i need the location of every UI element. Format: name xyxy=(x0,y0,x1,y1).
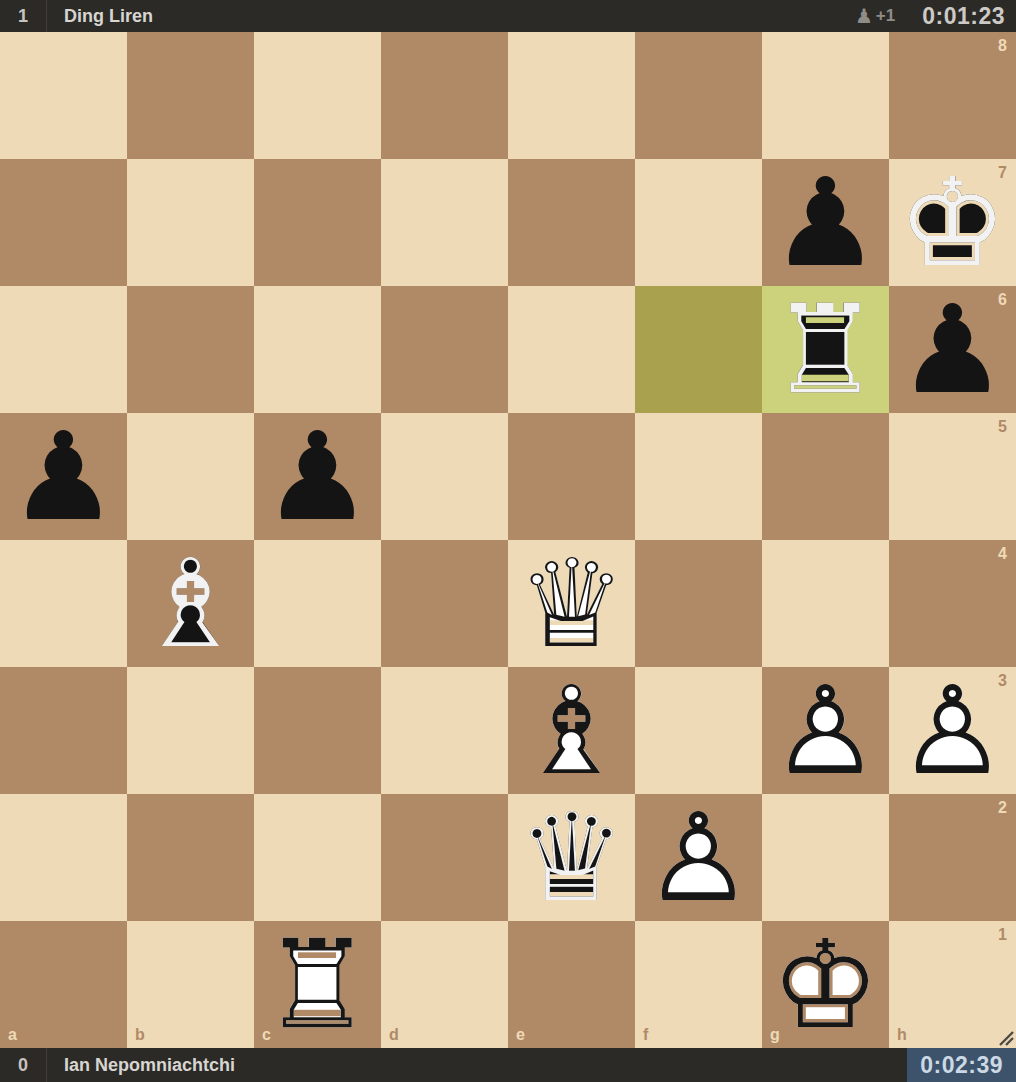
square-d5[interactable] xyxy=(381,413,508,540)
square-h5[interactable]: 5 xyxy=(889,413,1016,540)
square-g7[interactable]: ♟ xyxy=(762,159,889,286)
chess-broadcast-tile: 1 Ding Liren ♟ +1 0:01:23 8♟♚♔7♜♖♟6♟♟5♝♗… xyxy=(0,0,1016,1082)
rank-label-3: 3 xyxy=(998,673,1007,689)
square-a4[interactable] xyxy=(0,540,127,667)
square-d7[interactable] xyxy=(381,159,508,286)
square-c6[interactable] xyxy=(254,286,381,413)
square-h6[interactable]: ♟6 xyxy=(889,286,1016,413)
square-h8[interactable]: 8 xyxy=(889,32,1016,159)
black-queen-outline-icon: ♕ xyxy=(517,797,626,919)
piece-white-king[interactable]: ♚♔ xyxy=(762,921,889,1048)
player-score-bottom: 0 xyxy=(0,1048,47,1082)
square-e1[interactable]: e xyxy=(508,921,635,1048)
white-pawn-outline-icon: ♙ xyxy=(771,670,880,792)
square-e2[interactable]: ♛♕ xyxy=(508,794,635,921)
square-b3[interactable] xyxy=(127,667,254,794)
pawn-icon: ♟ xyxy=(855,6,873,26)
resize-handle-icon[interactable] xyxy=(996,1028,1014,1046)
piece-black-pawn[interactable]: ♟ xyxy=(889,286,1016,413)
file-label-b: b xyxy=(135,1027,145,1043)
file-label-h: h xyxy=(897,1027,907,1043)
material-advantage: ♟ +1 xyxy=(855,6,895,26)
board: 8♟♚♔7♜♖♟6♟♟5♝♗♛♕4♝♗♟♙♟♙3♛♕♟♙2ab♜♖cdef♚♔g… xyxy=(0,32,1016,1048)
square-h2[interactable]: 2 xyxy=(889,794,1016,921)
white-bishop-outline-icon: ♗ xyxy=(517,670,626,792)
piece-white-pawn[interactable]: ♟♙ xyxy=(762,667,889,794)
player-name-top: Ding Liren xyxy=(47,6,153,27)
player-name-bottom: Ian Nepomniachtchi xyxy=(47,1055,235,1076)
square-a5[interactable]: ♟ xyxy=(0,413,127,540)
file-label-c: c xyxy=(262,1027,271,1043)
square-f7[interactable] xyxy=(635,159,762,286)
square-d4[interactable] xyxy=(381,540,508,667)
square-b2[interactable] xyxy=(127,794,254,921)
black-pawn-icon: ♟ xyxy=(263,416,372,538)
square-a7[interactable] xyxy=(0,159,127,286)
square-b8[interactable] xyxy=(127,32,254,159)
square-f3[interactable] xyxy=(635,667,762,794)
square-f8[interactable] xyxy=(635,32,762,159)
piece-black-king[interactable]: ♚♔ xyxy=(889,159,1016,286)
square-c5[interactable]: ♟ xyxy=(254,413,381,540)
square-f1[interactable]: f xyxy=(635,921,762,1048)
square-c7[interactable] xyxy=(254,159,381,286)
rank-label-4: 4 xyxy=(998,546,1007,562)
rank-label-2: 2 xyxy=(998,800,1007,816)
square-f2[interactable]: ♟♙ xyxy=(635,794,762,921)
square-g2[interactable] xyxy=(762,794,889,921)
piece-white-queen[interactable]: ♛♕ xyxy=(508,540,635,667)
square-b5[interactable] xyxy=(127,413,254,540)
material-advantage-value: +1 xyxy=(876,6,895,26)
square-f4[interactable] xyxy=(635,540,762,667)
square-f6[interactable] xyxy=(635,286,762,413)
square-f5[interactable] xyxy=(635,413,762,540)
rank-label-5: 5 xyxy=(998,419,1007,435)
square-a1[interactable]: a xyxy=(0,921,127,1048)
square-c2[interactable] xyxy=(254,794,381,921)
clock-top: 0:01:23 xyxy=(911,3,1016,30)
black-pawn-icon: ♟ xyxy=(9,416,118,538)
square-d6[interactable] xyxy=(381,286,508,413)
piece-black-pawn[interactable]: ♟ xyxy=(254,413,381,540)
rank-label-8: 8 xyxy=(998,38,1007,54)
square-e4[interactable]: ♛♕ xyxy=(508,540,635,667)
piece-white-bishop[interactable]: ♝♗ xyxy=(508,667,635,794)
square-e3[interactable]: ♝♗ xyxy=(508,667,635,794)
square-b1[interactable]: b xyxy=(127,921,254,1048)
rank-label-1: 1 xyxy=(998,927,1007,943)
rank-label-6: 6 xyxy=(998,292,1007,308)
square-e6[interactable] xyxy=(508,286,635,413)
square-a6[interactable] xyxy=(0,286,127,413)
black-pawn-icon: ♟ xyxy=(898,289,1007,411)
square-a2[interactable] xyxy=(0,794,127,921)
square-d8[interactable] xyxy=(381,32,508,159)
square-a8[interactable] xyxy=(0,32,127,159)
square-d1[interactable]: d xyxy=(381,921,508,1048)
square-g4[interactable] xyxy=(762,540,889,667)
file-label-d: d xyxy=(389,1027,399,1043)
square-c8[interactable] xyxy=(254,32,381,159)
white-rook-outline-icon: ♖ xyxy=(263,924,372,1046)
black-pawn-icon: ♟ xyxy=(771,162,880,284)
piece-black-pawn[interactable]: ♟ xyxy=(762,159,889,286)
black-bishop-outline-icon: ♗ xyxy=(136,543,245,665)
white-pawn-outline-icon: ♙ xyxy=(644,797,753,919)
square-h3[interactable]: ♟♙3 xyxy=(889,667,1016,794)
square-g1[interactable]: ♚♔g xyxy=(762,921,889,1048)
clock-bottom-active: 0:02:39 xyxy=(907,1048,1016,1082)
piece-black-bishop[interactable]: ♝♗ xyxy=(127,540,254,667)
piece-black-pawn[interactable]: ♟ xyxy=(0,413,127,540)
square-c4[interactable] xyxy=(254,540,381,667)
piece-black-queen[interactable]: ♛♕ xyxy=(508,794,635,921)
piece-white-pawn[interactable]: ♟♙ xyxy=(889,667,1016,794)
piece-white-pawn[interactable]: ♟♙ xyxy=(635,794,762,921)
square-b4[interactable]: ♝♗ xyxy=(127,540,254,667)
file-label-f: f xyxy=(643,1027,648,1043)
square-g6[interactable]: ♜♖ xyxy=(762,286,889,413)
black-rook-outline-icon: ♖ xyxy=(771,289,880,411)
square-d2[interactable] xyxy=(381,794,508,921)
square-b6[interactable] xyxy=(127,286,254,413)
piece-black-rook[interactable]: ♜♖ xyxy=(762,286,889,413)
square-a3[interactable] xyxy=(0,667,127,794)
square-h4[interactable]: 4 xyxy=(889,540,1016,667)
square-c3[interactable] xyxy=(254,667,381,794)
white-pawn-outline-icon: ♙ xyxy=(898,670,1007,792)
square-d3[interactable] xyxy=(381,667,508,794)
square-e5[interactable] xyxy=(508,413,635,540)
player-score-top: 1 xyxy=(0,0,47,32)
square-e7[interactable] xyxy=(508,159,635,286)
square-h7[interactable]: ♚♔7 xyxy=(889,159,1016,286)
white-king-outline-icon: ♔ xyxy=(771,924,880,1046)
file-label-e: e xyxy=(516,1027,525,1043)
square-g8[interactable] xyxy=(762,32,889,159)
square-b7[interactable] xyxy=(127,159,254,286)
player-bar-top: 1 Ding Liren ♟ +1 0:01:23 xyxy=(0,0,1016,32)
rank-label-7: 7 xyxy=(998,165,1007,181)
white-queen-outline-icon: ♕ xyxy=(517,543,626,665)
file-label-g: g xyxy=(770,1027,780,1043)
square-e8[interactable] xyxy=(508,32,635,159)
square-c1[interactable]: ♜♖c xyxy=(254,921,381,1048)
black-king-outline-icon: ♔ xyxy=(898,162,1007,284)
piece-white-rook[interactable]: ♜♖ xyxy=(254,921,381,1048)
square-g3[interactable]: ♟♙ xyxy=(762,667,889,794)
square-g5[interactable] xyxy=(762,413,889,540)
file-label-a: a xyxy=(8,1027,17,1043)
